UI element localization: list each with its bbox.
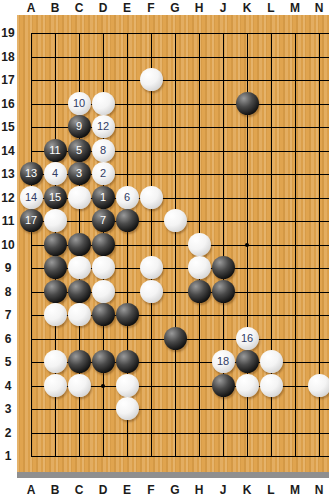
white-stone bbox=[140, 280, 163, 303]
black-stone bbox=[44, 280, 67, 303]
row-label: 8 bbox=[0, 285, 16, 299]
black-stone: 11 bbox=[44, 139, 67, 162]
white-stone bbox=[140, 186, 163, 209]
black-stone: 3 bbox=[68, 162, 91, 185]
white-stone bbox=[92, 92, 115, 115]
white-stone bbox=[188, 233, 211, 256]
white-stone bbox=[92, 256, 115, 279]
row-label: 2 bbox=[0, 426, 16, 440]
black-stone bbox=[116, 303, 139, 326]
white-stone: 14 bbox=[20, 186, 43, 209]
white-stone bbox=[92, 280, 115, 303]
white-stone: 12 bbox=[92, 115, 115, 138]
white-stone bbox=[164, 209, 187, 232]
white-stone bbox=[188, 256, 211, 279]
white-stone bbox=[68, 303, 91, 326]
black-stone bbox=[236, 350, 259, 373]
black-stone bbox=[92, 303, 115, 326]
black-stone bbox=[68, 350, 91, 373]
row-label: 1 bbox=[0, 449, 16, 463]
white-stone bbox=[260, 374, 283, 397]
black-stone bbox=[212, 280, 235, 303]
black-stone bbox=[212, 374, 235, 397]
column-label: B bbox=[43, 1, 67, 15]
column-label: K bbox=[235, 483, 259, 497]
white-stone bbox=[308, 374, 329, 397]
row-label: 14 bbox=[0, 144, 16, 158]
white-stone bbox=[44, 374, 67, 397]
black-stone bbox=[236, 92, 259, 115]
row-label: 4 bbox=[0, 379, 16, 393]
white-stone: 4 bbox=[44, 162, 67, 185]
black-stone bbox=[116, 209, 139, 232]
column-label: K bbox=[235, 1, 259, 15]
column-label: H bbox=[187, 483, 211, 497]
white-stone: 2 bbox=[92, 162, 115, 185]
column-label: D bbox=[91, 483, 115, 497]
row-label: 18 bbox=[0, 50, 16, 64]
column-label: A bbox=[19, 1, 43, 15]
row-label: 5 bbox=[0, 355, 16, 369]
black-stone: 1 bbox=[92, 186, 115, 209]
white-stone bbox=[140, 68, 163, 91]
white-stone bbox=[44, 209, 67, 232]
row-label: 10 bbox=[0, 238, 16, 252]
black-stone bbox=[92, 233, 115, 256]
white-stone bbox=[68, 374, 91, 397]
column-label: N bbox=[307, 1, 329, 15]
row-label: 11 bbox=[0, 214, 16, 228]
column-label: M bbox=[283, 483, 307, 497]
column-label: H bbox=[187, 1, 211, 15]
black-stone bbox=[164, 327, 187, 350]
black-stone: 5 bbox=[68, 139, 91, 162]
black-stone bbox=[68, 233, 91, 256]
black-stone bbox=[68, 280, 91, 303]
row-label: 12 bbox=[0, 191, 16, 205]
white-stone bbox=[260, 350, 283, 373]
stones-grid: 109121158134321415161771618 bbox=[19, 21, 329, 468]
white-stone bbox=[116, 397, 139, 420]
row-label: 15 bbox=[0, 120, 16, 134]
column-label: B bbox=[43, 483, 67, 497]
row-label: 9 bbox=[0, 261, 16, 275]
column-label: J bbox=[211, 1, 235, 15]
column-label: J bbox=[211, 483, 235, 497]
column-label: E bbox=[115, 1, 139, 15]
white-stone: 10 bbox=[68, 92, 91, 115]
black-stone: 17 bbox=[20, 209, 43, 232]
column-label: M bbox=[283, 1, 307, 15]
board-shadow bbox=[17, 472, 329, 478]
black-stone bbox=[44, 256, 67, 279]
column-label: C bbox=[67, 483, 91, 497]
black-stone bbox=[188, 280, 211, 303]
row-label: 17 bbox=[0, 73, 16, 87]
white-stone: 18 bbox=[212, 350, 235, 373]
white-stone bbox=[44, 303, 67, 326]
row-label: 16 bbox=[0, 97, 16, 111]
column-label: A bbox=[19, 483, 43, 497]
white-stone bbox=[68, 186, 91, 209]
column-label: C bbox=[67, 1, 91, 15]
column-label: L bbox=[259, 1, 283, 15]
white-stone: 16 bbox=[236, 327, 259, 350]
black-stone bbox=[212, 256, 235, 279]
black-stone: 15 bbox=[44, 186, 67, 209]
white-stone bbox=[140, 256, 163, 279]
row-label: 3 bbox=[0, 402, 16, 416]
white-stone bbox=[116, 374, 139, 397]
column-label: G bbox=[163, 483, 187, 497]
white-stone: 8 bbox=[92, 139, 115, 162]
black-stone bbox=[92, 350, 115, 373]
go-board[interactable]: 109121158134321415161771618 bbox=[17, 15, 329, 472]
white-stone bbox=[68, 256, 91, 279]
row-label: 19 bbox=[0, 26, 16, 40]
column-label: F bbox=[139, 483, 163, 497]
column-label: D bbox=[91, 1, 115, 15]
column-label: N bbox=[307, 483, 329, 497]
column-label: E bbox=[115, 483, 139, 497]
white-stone: 6 bbox=[116, 186, 139, 209]
black-stone bbox=[44, 233, 67, 256]
black-stone bbox=[116, 350, 139, 373]
white-stone bbox=[236, 374, 259, 397]
white-stone bbox=[44, 350, 67, 373]
go-diagram: 109121158134321415161771618 ABCDEFGHJKLM… bbox=[0, 0, 329, 500]
black-stone: 13 bbox=[20, 162, 43, 185]
black-stone: 7 bbox=[92, 209, 115, 232]
column-label: G bbox=[163, 1, 187, 15]
column-label: L bbox=[259, 483, 283, 497]
black-stone: 9 bbox=[68, 115, 91, 138]
column-label: F bbox=[139, 1, 163, 15]
row-label: 13 bbox=[0, 167, 16, 181]
row-label: 7 bbox=[0, 308, 16, 322]
row-label: 6 bbox=[0, 332, 16, 346]
